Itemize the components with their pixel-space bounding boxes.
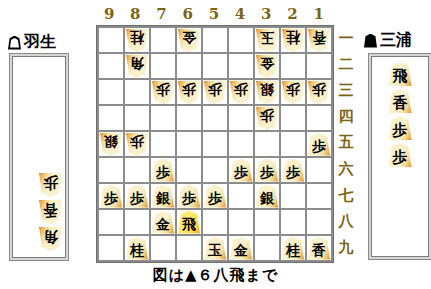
square-9六[interactable] bbox=[99, 158, 123, 182]
square-4九[interactable]: 金 bbox=[229, 236, 253, 260]
square-6二[interactable] bbox=[177, 54, 201, 78]
piece-sente-fu[interactable]: 歩 bbox=[282, 159, 304, 182]
rank-label-3: 三 bbox=[337, 77, 355, 103]
piece-sente-fu[interactable]: 歩 bbox=[178, 185, 200, 208]
square-8五[interactable]: 歩 bbox=[125, 132, 149, 156]
square-8一[interactable]: 桂 bbox=[125, 28, 149, 52]
piece-kanji: 歩 bbox=[208, 83, 222, 101]
square-2三[interactable]: 歩 bbox=[281, 80, 305, 104]
piece-sente-fu[interactable]: 歩 bbox=[256, 159, 278, 182]
square-1一[interactable]: 香 bbox=[307, 28, 331, 52]
square-9一[interactable] bbox=[99, 28, 123, 52]
square-9三[interactable] bbox=[99, 80, 123, 104]
square-7四[interactable] bbox=[151, 106, 175, 130]
piece-gote-kin[interactable]: 金 bbox=[256, 55, 278, 78]
square-6六[interactable] bbox=[177, 158, 201, 182]
piece-sente-fu[interactable]: 歩 bbox=[230, 159, 252, 182]
square-7三[interactable]: 歩 bbox=[151, 80, 175, 104]
piece-kanji: 角 bbox=[43, 230, 58, 249]
square-5五[interactable] bbox=[203, 132, 227, 156]
piece-gote-fu[interactable]: 歩 bbox=[230, 81, 252, 104]
piece-kanji: 香 bbox=[393, 92, 408, 111]
sente-player-name: 三浦 bbox=[380, 30, 412, 51]
square-7五[interactable] bbox=[151, 132, 175, 156]
hand-piece-gote-kyo[interactable]: 香 bbox=[39, 200, 62, 224]
square-6九[interactable] bbox=[177, 236, 201, 260]
piece-kanji: 歩 bbox=[104, 187, 118, 205]
rank-label-6: 六 bbox=[337, 156, 355, 182]
piece-gote-fu[interactable]: 歩 bbox=[152, 81, 174, 104]
piece-kanji: 金 bbox=[156, 213, 170, 231]
piece-sente-fu[interactable]: 歩 bbox=[204, 185, 226, 208]
square-9七[interactable]: 歩 bbox=[99, 184, 123, 208]
piece-kanji: 歩 bbox=[393, 146, 408, 165]
square-6四[interactable] bbox=[177, 106, 201, 130]
piece-gote-fu[interactable]: 歩 bbox=[178, 81, 200, 104]
hand-piece-sente-kyo[interactable]: 香 bbox=[389, 89, 412, 113]
square-5八[interactable] bbox=[203, 210, 227, 234]
piece-sente-gin[interactable]: 銀 bbox=[256, 185, 278, 208]
square-3七[interactable]: 銀 bbox=[255, 184, 279, 208]
square-3六[interactable]: 歩 bbox=[255, 158, 279, 182]
square-8八[interactable] bbox=[125, 210, 149, 234]
square-8四[interactable] bbox=[125, 106, 149, 130]
piece-kanji: 玉 bbox=[208, 239, 222, 257]
square-1五[interactable]: 歩 bbox=[307, 132, 331, 156]
gote-player-name: 羽生 bbox=[24, 32, 56, 53]
square-7八[interactable]: 金 bbox=[151, 210, 175, 234]
square-8九[interactable]: 桂 bbox=[125, 236, 149, 260]
piece-kanji: 香 bbox=[312, 31, 326, 49]
gote-player-header: 羽生 bbox=[8, 32, 56, 53]
piece-kanji: 歩 bbox=[286, 83, 300, 101]
piece-kanji: 桂 bbox=[286, 239, 300, 257]
piece-sente-gin[interactable]: 銀 bbox=[152, 185, 174, 208]
shogi-board: 桂金玉桂香角金歩歩歩歩銀歩歩歩銀歩歩歩歩歩歩歩歩銀歩歩銀金飛桂玉金桂香 bbox=[96, 25, 334, 263]
rank-label-7: 七 bbox=[337, 182, 355, 208]
hand-piece-gote-kaku[interactable]: 角 bbox=[39, 227, 62, 251]
square-4四[interactable] bbox=[229, 106, 253, 130]
piece-sente-kin[interactable]: 金 bbox=[230, 237, 252, 260]
square-9九[interactable] bbox=[99, 236, 123, 260]
piece-kanji: 銀 bbox=[260, 187, 274, 205]
piece-kanji: 歩 bbox=[286, 161, 300, 179]
piece-kanji: 歩 bbox=[182, 187, 196, 205]
hand-piece-gote-fu[interactable]: 歩 bbox=[39, 173, 62, 197]
piece-sente-fu[interactable]: 歩 bbox=[152, 159, 174, 182]
square-2一[interactable]: 桂 bbox=[281, 28, 305, 52]
square-1九[interactable]: 香 bbox=[307, 236, 331, 260]
square-4八[interactable] bbox=[229, 210, 253, 234]
file-label-7: 7 bbox=[148, 5, 174, 23]
piece-gote-fu[interactable]: 歩 bbox=[282, 81, 304, 104]
piece-kanji: 飛 bbox=[393, 65, 408, 84]
piece-sente-fu[interactable]: 歩 bbox=[100, 185, 122, 208]
square-9四[interactable] bbox=[99, 106, 123, 130]
square-9八[interactable] bbox=[99, 210, 123, 234]
sente-player-header: 三浦 bbox=[364, 30, 412, 51]
piece-kanji: 金 bbox=[260, 57, 274, 75]
square-6八[interactable]: 飛 bbox=[177, 210, 201, 234]
square-7九[interactable] bbox=[151, 236, 175, 260]
gote-pentagon-icon bbox=[8, 36, 21, 50]
piece-kanji: 歩 bbox=[393, 119, 408, 138]
piece-kanji: 桂 bbox=[286, 31, 300, 49]
square-8六[interactable] bbox=[125, 158, 149, 182]
square-7二[interactable] bbox=[151, 54, 175, 78]
square-1四[interactable] bbox=[307, 106, 331, 130]
square-8三[interactable] bbox=[125, 80, 149, 104]
piece-kanji: 銀 bbox=[156, 187, 170, 205]
square-5六[interactable] bbox=[203, 158, 227, 182]
piece-sente-fu[interactable]: 歩 bbox=[126, 185, 148, 208]
piece-gote-kei[interactable]: 桂 bbox=[282, 29, 304, 52]
piece-kanji: 歩 bbox=[208, 187, 222, 205]
piece-gote-kei[interactable]: 桂 bbox=[126, 29, 148, 52]
square-4六[interactable]: 歩 bbox=[229, 158, 253, 182]
file-label-1: 1 bbox=[306, 5, 332, 23]
piece-kanji: 歩 bbox=[156, 83, 170, 101]
square-1三[interactable]: 歩 bbox=[307, 80, 331, 104]
gote-hand-tray: 歩香角 bbox=[12, 56, 66, 258]
square-9二[interactable] bbox=[99, 54, 123, 78]
square-9五[interactable]: 銀 bbox=[99, 132, 123, 156]
rank-label-2: 二 bbox=[337, 51, 355, 77]
square-2二[interactable] bbox=[281, 54, 305, 78]
piece-kanji: 歩 bbox=[130, 135, 144, 153]
file-label-6: 6 bbox=[175, 5, 201, 23]
piece-sente-gyoku[interactable]: 玉 bbox=[204, 237, 226, 260]
square-1八[interactable] bbox=[307, 210, 331, 234]
piece-kanji: 歩 bbox=[182, 83, 196, 101]
rank-label-9: 九 bbox=[337, 235, 355, 261]
piece-sente-fu[interactable]: 歩 bbox=[308, 133, 330, 156]
piece-kanji: 飛 bbox=[182, 213, 196, 231]
piece-gote-kin[interactable]: 金 bbox=[178, 29, 200, 52]
file-label-8: 8 bbox=[122, 5, 148, 23]
square-6七[interactable]: 歩 bbox=[177, 184, 201, 208]
piece-gote-gin[interactable]: 銀 bbox=[100, 133, 122, 156]
piece-kanji: 桂 bbox=[130, 31, 144, 49]
square-8二[interactable]: 角 bbox=[125, 54, 149, 78]
piece-gote-kyo[interactable]: 香 bbox=[308, 29, 330, 52]
square-2八[interactable] bbox=[281, 210, 305, 234]
sente-pentagon-icon bbox=[364, 34, 377, 48]
rank-labels: 一二三四五六七八九 bbox=[337, 25, 355, 261]
piece-kanji: 歩 bbox=[312, 135, 326, 153]
file-label-3: 3 bbox=[253, 5, 279, 23]
piece-kanji: 角 bbox=[130, 57, 144, 75]
square-5一[interactable] bbox=[203, 28, 227, 52]
square-8七[interactable]: 歩 bbox=[125, 184, 149, 208]
piece-sente-kyo[interactable]: 香 bbox=[308, 237, 330, 260]
square-7一[interactable] bbox=[151, 28, 175, 52]
square-5七[interactable]: 歩 bbox=[203, 184, 227, 208]
sente-hand-tray: 飛香歩歩 bbox=[371, 56, 429, 257]
piece-gote-kaku[interactable]: 角 bbox=[126, 55, 148, 78]
rank-label-8: 八 bbox=[337, 208, 355, 234]
square-5四[interactable] bbox=[203, 106, 227, 130]
rank-label-1: 一 bbox=[337, 25, 355, 51]
square-6三[interactable]: 歩 bbox=[177, 80, 201, 104]
piece-kanji: 歩 bbox=[234, 161, 248, 179]
piece-kanji: 歩 bbox=[312, 83, 326, 101]
piece-kanji: 歩 bbox=[234, 83, 248, 101]
square-4一[interactable] bbox=[229, 28, 253, 52]
square-5九[interactable]: 玉 bbox=[203, 236, 227, 260]
rank-label-4: 四 bbox=[337, 104, 355, 130]
file-labels: 987654321 bbox=[96, 5, 332, 23]
square-3九[interactable] bbox=[255, 236, 279, 260]
hand-piece-sente-fu[interactable]: 歩 bbox=[389, 116, 412, 140]
piece-kanji: 歩 bbox=[130, 187, 144, 205]
square-2六[interactable]: 歩 bbox=[281, 158, 305, 182]
piece-kanji: 香 bbox=[43, 203, 58, 222]
piece-kanji: 歩 bbox=[43, 176, 58, 195]
diagram-caption: 図は▲６八飛まで bbox=[0, 266, 431, 285]
file-label-4: 4 bbox=[227, 5, 253, 23]
piece-kanji: 桂 bbox=[130, 239, 144, 257]
piece-kanji: 玉 bbox=[260, 31, 274, 49]
square-7六[interactable]: 歩 bbox=[151, 158, 175, 182]
hand-piece-sente-hi[interactable]: 飛 bbox=[389, 62, 412, 86]
square-1七[interactable] bbox=[307, 184, 331, 208]
square-2七[interactable] bbox=[281, 184, 305, 208]
square-2四[interactable] bbox=[281, 106, 305, 130]
square-3一[interactable]: 玉 bbox=[255, 28, 279, 52]
piece-kanji: 歩 bbox=[260, 109, 274, 127]
square-3五[interactable] bbox=[255, 132, 279, 156]
square-3三[interactable]: 銀 bbox=[255, 80, 279, 104]
piece-sente-kei[interactable]: 桂 bbox=[126, 237, 148, 260]
piece-sente-kin[interactable]: 金 bbox=[152, 211, 174, 234]
square-4三[interactable]: 歩 bbox=[229, 80, 253, 104]
square-1二[interactable] bbox=[307, 54, 331, 78]
rank-label-5: 五 bbox=[337, 130, 355, 156]
piece-sente-hi[interactable]: 飛 bbox=[178, 211, 200, 234]
file-label-9: 9 bbox=[96, 5, 122, 23]
piece-gote-fu[interactable]: 歩 bbox=[126, 133, 148, 156]
square-4五[interactable] bbox=[229, 132, 253, 156]
piece-kanji: 銀 bbox=[104, 135, 118, 153]
square-5三[interactable]: 歩 bbox=[203, 80, 227, 104]
square-4七[interactable] bbox=[229, 184, 253, 208]
square-3二[interactable]: 金 bbox=[255, 54, 279, 78]
piece-gote-gyoku[interactable]: 玉 bbox=[256, 29, 278, 52]
square-3八[interactable] bbox=[255, 210, 279, 234]
square-5二[interactable] bbox=[203, 54, 227, 78]
piece-gote-fu[interactable]: 歩 bbox=[256, 107, 278, 130]
square-6一[interactable]: 金 bbox=[177, 28, 201, 52]
file-label-2: 2 bbox=[279, 5, 305, 23]
piece-kanji: 歩 bbox=[156, 161, 170, 179]
square-6五[interactable] bbox=[177, 132, 201, 156]
piece-gote-fu[interactable]: 歩 bbox=[308, 81, 330, 104]
square-7七[interactable]: 銀 bbox=[151, 184, 175, 208]
square-3四[interactable]: 歩 bbox=[255, 106, 279, 130]
square-2五[interactable] bbox=[281, 132, 305, 156]
piece-sente-kei[interactable]: 桂 bbox=[282, 237, 304, 260]
piece-kanji: 銀 bbox=[260, 83, 274, 101]
piece-kanji: 香 bbox=[312, 239, 326, 257]
square-1六[interactable] bbox=[307, 158, 331, 182]
square-4二[interactable] bbox=[229, 54, 253, 78]
piece-kanji: 歩 bbox=[260, 161, 274, 179]
file-label-5: 5 bbox=[201, 5, 227, 23]
shogi-diagram: 987654321 桂金玉桂香角金歩歩歩歩銀歩歩歩銀歩歩歩歩歩歩歩歩銀歩歩銀金飛… bbox=[0, 0, 431, 289]
piece-gote-gin[interactable]: 銀 bbox=[256, 81, 278, 104]
piece-kanji: 金 bbox=[182, 31, 196, 49]
piece-gote-fu[interactable]: 歩 bbox=[204, 81, 226, 104]
piece-kanji: 金 bbox=[234, 239, 248, 257]
hand-piece-sente-fu[interactable]: 歩 bbox=[389, 143, 412, 167]
square-2九[interactable]: 桂 bbox=[281, 236, 305, 260]
